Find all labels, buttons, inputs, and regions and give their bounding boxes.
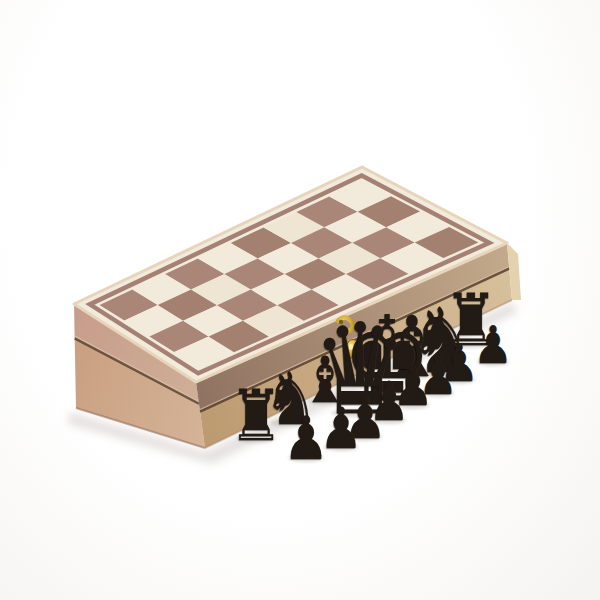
chess-piece-pawn: ♟ [283,408,329,468]
chess-pieces-layer: ♜♟♞♝♟♟♚♝♟♛♟♞♟♜♟♟ [0,0,600,600]
chess-piece-rook: ♜ [229,380,283,451]
chess-piece-pawn: ♟ [473,319,513,371]
product-photo-scene: ♜♟♞♝♟♟♚♝♟♛♟♞♟♜♟♟ [0,0,600,600]
